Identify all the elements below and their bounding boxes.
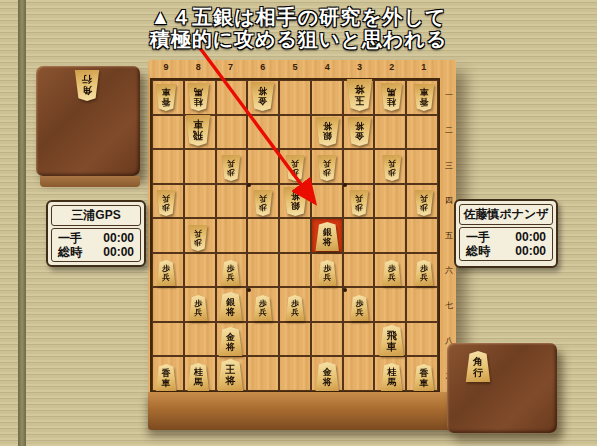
hoshi-dot [247,183,251,187]
square-18[interactable] [406,322,438,357]
square-15[interactable] [406,218,438,253]
square-66[interactable] [247,253,279,288]
total-time-label-left: 総時 [58,245,82,259]
rank-label-3: 三 [442,148,456,183]
piece-kanji: 歩 兵 [194,229,202,247]
square-63[interactable] [247,149,279,184]
piece-kanji: 銀 将 [226,297,235,317]
square-62[interactable] [247,115,279,150]
piece-kanji: 金 将 [258,87,267,107]
piece-kanji: 桂 馬 [194,87,203,107]
piece-kanji: 歩 兵 [227,159,235,177]
piece-kanji: 香 車 [162,88,171,108]
shogi-viewer-window: ▲４五銀は相手の研究を外して 積極的に攻める狙いと思われる 987654321 … [0,0,597,446]
rank-label-7: 七 [442,288,456,323]
square-55[interactable] [279,218,311,253]
square-69[interactable] [247,356,279,391]
file-label-5: 5 [279,62,311,77]
piece-kanji: 歩 兵 [259,194,267,212]
piece-kanji: 歩 兵 [420,264,428,282]
square-83[interactable] [184,149,216,184]
square-44[interactable] [311,184,343,219]
piece-kanji: 香 車 [162,368,171,388]
piece-kanji: 銀 将 [291,192,300,212]
piece-kanji: 金 将 [323,367,332,387]
caption-text: ▲４五銀は相手の研究を外して 積極的に攻める狙いと思われる [0,6,597,50]
piece-kanji: 歩 兵 [420,194,428,212]
piece-kanji: 角 行 [473,356,483,378]
file-labels: 987654321 [150,62,440,77]
total-time-left: 00:00 [103,245,134,259]
piece-kanji: 歩 兵 [291,159,299,177]
player-plate-left: 三浦GPS 一手 00:00 総時 00:00 [46,200,146,267]
piece-kanji: 金 将 [226,332,235,352]
square-86[interactable] [184,253,216,288]
tatami-seam [18,0,26,446]
rank-label-1: 一 [442,78,456,113]
square-35[interactable] [343,218,375,253]
shogi-board: 987654321 一二三四五六七八九 香 車桂 馬金 将玉 将桂 馬香 車飛 … [148,60,456,392]
piece-kanji: 歩 兵 [388,159,396,177]
file-label-8: 8 [182,62,214,77]
move-time-label-left: 一手 [58,231,82,245]
player-name-right: 佐藤慎ポナンザ [459,204,553,225]
square-84[interactable] [184,184,216,219]
square-12[interactable] [406,115,438,150]
piece-kanji: 歩 兵 [323,264,331,282]
square-71[interactable] [216,80,248,115]
piece-kanji: 桂 馬 [194,367,203,387]
piece-kanji: 歩 兵 [259,299,267,317]
square-74[interactable] [216,184,248,219]
piece-kanji: 歩 兵 [323,159,331,177]
piece-角行-sente[interactable]: 角 行 [465,351,491,382]
piece-kanji: 歩 兵 [162,264,170,282]
move-time-right: 00:00 [515,230,546,244]
komadai-gote-front [40,176,140,187]
sente-hand-pieces: 角 行 [447,343,557,433]
square-17[interactable] [406,287,438,322]
piece-kanji: 金 将 [355,122,364,142]
komadai-sente: 角 行 [447,343,557,433]
square-38[interactable] [343,322,375,357]
square-41[interactable] [311,80,343,115]
file-label-3: 3 [343,62,375,77]
square-25[interactable] [374,218,406,253]
piece-kanji: 歩 兵 [355,299,363,317]
clock-left: 一手 00:00 総時 00:00 [51,228,141,262]
square-51[interactable] [279,80,311,115]
piece-kanji: 香 車 [419,88,428,108]
square-88[interactable] [184,322,216,357]
file-label-2: 2 [376,62,408,77]
piece-kanji: 歩 兵 [227,264,235,282]
square-72[interactable] [216,115,248,150]
square-75[interactable] [216,218,248,253]
rank-label-2: 二 [442,113,456,148]
square-36[interactable] [343,253,375,288]
square-27[interactable] [374,287,406,322]
piece-kanji: 銀 将 [323,122,332,142]
square-52[interactable] [279,115,311,150]
caption-line-1: ▲４五銀は相手の研究を外して [0,6,597,28]
square-95[interactable] [152,218,184,253]
piece-kanji: 歩 兵 [162,194,170,212]
hoshi-dot [247,288,251,292]
total-time-right: 00:00 [515,244,546,258]
board-front-edge [148,392,456,430]
square-24[interactable] [374,184,406,219]
file-label-9: 9 [150,62,182,77]
piece-角行-gote[interactable]: 角 行 [74,70,100,101]
square-56[interactable] [279,253,311,288]
square-59[interactable] [279,356,311,391]
square-98[interactable] [152,322,184,357]
piece-kanji: 歩 兵 [355,194,363,212]
file-label-4: 4 [311,62,343,77]
piece-kanji: 銀 将 [323,227,332,247]
piece-kanji: 桂 馬 [387,87,396,107]
square-13[interactable] [406,149,438,184]
piece-kanji: 桂 馬 [387,367,396,387]
komadai-gote: 角 行 [36,66,140,176]
move-time-left: 00:00 [103,231,134,245]
square-39[interactable] [343,356,375,391]
piece-kanji: 歩 兵 [291,299,299,317]
square-48[interactable] [311,322,343,357]
total-time-label-right: 総時 [466,244,490,258]
piece-kanji: 玉 将 [354,84,364,106]
file-label-6: 6 [247,62,279,77]
piece-kanji: 角 行 [82,75,92,97]
piece-kanji: 歩 兵 [388,264,396,282]
square-65[interactable] [247,218,279,253]
piece-kanji: 歩 兵 [194,299,202,317]
square-47[interactable] [311,287,343,322]
caption-line-2: 積極的に攻める狙いと思われる [0,28,597,50]
file-label-1: 1 [408,62,440,77]
piece-kanji: 飛 車 [193,120,203,142]
square-93[interactable] [152,149,184,184]
piece-kanji: 飛 車 [387,330,397,352]
move-time-label-right: 一手 [466,230,490,244]
piece-kanji: 王 将 [226,364,236,386]
square-92[interactable] [152,115,184,150]
square-33[interactable] [343,149,375,184]
piece-kanji: 香 車 [419,368,428,388]
square-97[interactable] [152,287,184,322]
player-plate-right: 佐藤慎ポナンザ 一手 00:00 総時 00:00 [454,199,558,268]
gote-hand-pieces: 角 行 [36,66,140,176]
square-22[interactable] [374,115,406,150]
file-label-7: 7 [214,62,246,77]
clock-right: 一手 00:00 総時 00:00 [459,227,553,261]
square-68[interactable] [247,322,279,357]
player-name-left: 三浦GPS [51,205,141,226]
square-58[interactable] [279,322,311,357]
